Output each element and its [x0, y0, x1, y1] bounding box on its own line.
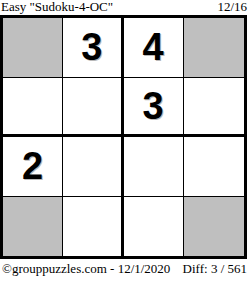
difficulty-text: Diff: 3 / 561 [183, 261, 247, 276]
copyright-text: ©grouppuzzles.com - 12/1/2020 [2, 261, 170, 276]
cell-r4c1 [3, 197, 63, 257]
cell-r2c3: 3 [124, 78, 184, 138]
cell-r1c3: 4 [124, 18, 184, 78]
cell-r4c3 [124, 197, 184, 257]
cell-r1c2: 3 [63, 18, 123, 78]
puzzle-counter: 12/16 [217, 0, 247, 14]
cell-r1c1 [3, 18, 63, 78]
cell-r4c4 [184, 197, 244, 257]
puzzle-page: Easy "Sudoku-4-OC" 12/16 3432 ©grouppuzz… [0, 0, 248, 282]
cell-r3c2 [63, 137, 123, 197]
cell-r2c4 [184, 78, 244, 138]
cell-r3c3 [124, 137, 184, 197]
cell-r2c2 [63, 78, 123, 138]
cell-r2c1 [3, 78, 63, 138]
header: Easy "Sudoku-4-OC" 12/16 [1, 0, 247, 14]
cell-r3c4 [184, 137, 244, 197]
cell-r4c2 [63, 197, 123, 257]
puzzle-title: Easy "Sudoku-4-OC" [1, 0, 113, 14]
cell-r1c4 [184, 18, 244, 78]
cell-r3c1: 2 [3, 137, 63, 197]
footer: ©grouppuzzles.com - 12/1/2020 Diff: 3 / … [2, 261, 247, 277]
sudoku-board: 3432 [0, 15, 247, 259]
